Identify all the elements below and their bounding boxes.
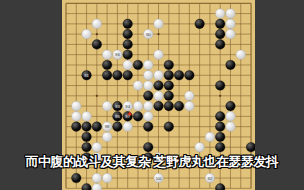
white-stone bbox=[154, 91, 164, 101]
black-stone bbox=[215, 29, 225, 39]
white-stone bbox=[154, 70, 164, 80]
white-stone bbox=[185, 91, 195, 101]
move-number-label: 95 bbox=[115, 114, 120, 119]
hoshi-dot bbox=[96, 95, 98, 97]
black-stone bbox=[215, 81, 225, 91]
black-stone bbox=[164, 122, 174, 132]
black-stone bbox=[82, 122, 92, 132]
white-stone bbox=[71, 112, 81, 122]
white-stone bbox=[143, 112, 153, 122]
black-stone bbox=[215, 112, 225, 122]
black-stone bbox=[246, 142, 255, 152]
black-stone bbox=[92, 122, 102, 132]
move-number-label: 100 bbox=[156, 177, 162, 181]
black-stone bbox=[102, 70, 112, 80]
hoshi-dot bbox=[219, 95, 221, 97]
black-stone bbox=[164, 70, 174, 80]
white-stone bbox=[226, 29, 236, 39]
hoshi-dot bbox=[96, 33, 98, 35]
black-stone bbox=[154, 81, 164, 91]
subtitle-overlay: 而中腹的战斗及其复杂 芝野虎丸也在瑟瑟发抖 bbox=[0, 153, 304, 171]
black-stone bbox=[215, 122, 225, 132]
black-stone bbox=[71, 173, 81, 183]
white-stone bbox=[215, 9, 225, 19]
white-stone bbox=[236, 50, 246, 60]
black-stone bbox=[133, 112, 143, 122]
white-stone bbox=[226, 122, 236, 132]
black-stone bbox=[92, 40, 102, 50]
black-stone bbox=[164, 101, 174, 111]
move-number-label: 94 bbox=[125, 104, 130, 109]
black-stone bbox=[113, 70, 123, 80]
white-stone bbox=[123, 122, 133, 132]
white-stone bbox=[123, 60, 133, 70]
move-number-label: 98 bbox=[105, 124, 110, 129]
white-stone bbox=[102, 101, 112, 111]
white-stone bbox=[185, 101, 195, 111]
black-stone bbox=[82, 184, 92, 190]
white-stone bbox=[92, 142, 102, 152]
move-number-label: 90 bbox=[146, 32, 151, 37]
white-stone bbox=[102, 50, 112, 60]
black-stone bbox=[154, 101, 164, 111]
move-number-label: 96 bbox=[115, 52, 120, 57]
black-stone bbox=[226, 101, 236, 111]
white-stone bbox=[226, 19, 236, 29]
white-stone bbox=[226, 9, 236, 19]
black-stone bbox=[164, 81, 174, 91]
white-stone bbox=[102, 132, 112, 142]
black-stone bbox=[215, 132, 225, 142]
white-stone bbox=[226, 112, 236, 122]
white-stone bbox=[133, 101, 143, 111]
black-stone bbox=[143, 122, 153, 132]
white-stone bbox=[82, 112, 92, 122]
black-stone bbox=[123, 50, 133, 60]
white-stone bbox=[92, 173, 102, 183]
black-stone bbox=[215, 142, 225, 152]
move-number-label: 93 bbox=[115, 104, 120, 109]
white-stone bbox=[154, 19, 164, 29]
hoshi-dot bbox=[157, 33, 159, 35]
white-stone bbox=[143, 70, 153, 80]
white-stone bbox=[92, 184, 102, 190]
black-stone bbox=[185, 70, 195, 80]
move-number-label: 91 bbox=[84, 73, 89, 78]
black-stone bbox=[82, 142, 92, 152]
black-stone bbox=[215, 184, 225, 190]
white-stone bbox=[205, 132, 215, 142]
white-stone bbox=[92, 19, 102, 29]
white-stone bbox=[71, 101, 81, 111]
black-stone bbox=[226, 60, 236, 70]
move-number-label: 92 bbox=[208, 176, 213, 181]
black-stone bbox=[123, 40, 133, 50]
black-stone bbox=[143, 91, 153, 101]
black-stone bbox=[123, 19, 133, 29]
white-stone bbox=[133, 81, 143, 91]
white-stone bbox=[143, 81, 153, 91]
black-stone bbox=[195, 19, 205, 29]
black-stone bbox=[215, 19, 225, 29]
black-stone bbox=[123, 29, 133, 39]
white-stone bbox=[154, 50, 164, 60]
black-stone bbox=[102, 60, 112, 70]
black-stone bbox=[143, 142, 153, 152]
white-stone bbox=[82, 29, 92, 39]
black-stone bbox=[164, 60, 174, 70]
black-stone bbox=[71, 122, 81, 132]
black-stone bbox=[123, 70, 133, 80]
black-stone bbox=[133, 60, 143, 70]
black-stone bbox=[215, 40, 225, 50]
black-stone bbox=[164, 91, 174, 101]
black-stone bbox=[174, 101, 184, 111]
video-frame[interactable]: 909196939495979810092 而中腹的战斗及其复杂 芝野虎丸也在瑟… bbox=[0, 0, 304, 190]
white-stone bbox=[143, 101, 153, 111]
white-stone bbox=[102, 173, 112, 183]
white-stone bbox=[143, 60, 153, 70]
black-stone bbox=[113, 122, 123, 132]
white-stone bbox=[195, 142, 205, 152]
black-stone bbox=[82, 132, 92, 142]
black-stone bbox=[174, 70, 184, 80]
